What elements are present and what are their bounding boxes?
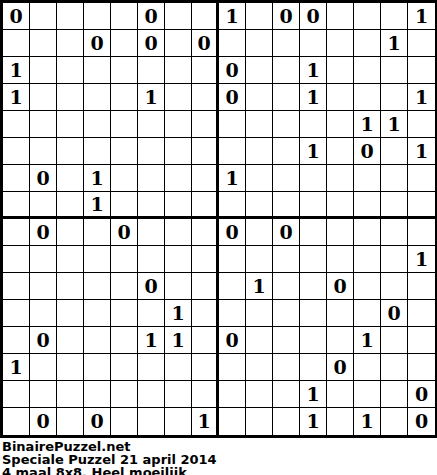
cell-r15c6[interactable] [138, 381, 165, 408]
cell-r4c16: 1 [408, 84, 435, 111]
cell-r13c12[interactable] [300, 327, 327, 354]
cell-r13c16[interactable] [408, 327, 435, 354]
cell-r14c15[interactable] [381, 354, 408, 381]
cell-r9c7[interactable] [165, 219, 192, 246]
cell-r5c13[interactable] [327, 111, 354, 138]
cell-r5c2[interactable] [30, 111, 57, 138]
cell-r1c12: 0 [300, 3, 327, 30]
cell-r7c12[interactable] [300, 165, 327, 192]
cell-r4c5[interactable] [111, 84, 138, 111]
cell-r14c2[interactable] [30, 354, 57, 381]
cell-r3c6[interactable] [138, 57, 165, 84]
cell-r3c13[interactable] [327, 57, 354, 84]
cell-r2c3[interactable] [57, 30, 84, 57]
cell-r7c3[interactable] [57, 165, 84, 192]
cell-r12c6[interactable] [138, 300, 165, 327]
cell-r4c4[interactable] [84, 84, 111, 111]
cell-r5c4[interactable] [84, 111, 111, 138]
cell-r3c3[interactable] [57, 57, 84, 84]
cell-r11c12[interactable] [300, 273, 327, 300]
cell-r1c13[interactable] [327, 3, 354, 30]
cell-r16c7[interactable] [165, 408, 192, 435]
cell-r15c2[interactable] [30, 381, 57, 408]
cell-r10c12[interactable] [300, 246, 327, 273]
cell-r13c13[interactable] [327, 327, 354, 354]
cell-r10c15[interactable] [381, 246, 408, 273]
cell-r12c16[interactable] [408, 300, 435, 327]
puzzle-board: 0010010001101110111110101110000101010011… [0, 0, 437, 438]
cell-r13c8[interactable] [192, 327, 219, 354]
cell-r10c4[interactable] [84, 246, 111, 273]
cell-r8c8[interactable] [192, 192, 219, 219]
cell-r16c4: 0 [84, 408, 111, 435]
cell-r1c9: 1 [219, 3, 246, 30]
cell-r9c13[interactable] [327, 219, 354, 246]
cell-r4c2[interactable] [30, 84, 57, 111]
cell-r8c3[interactable] [57, 192, 84, 219]
cell-r3c1: 1 [3, 57, 30, 84]
cell-r14c6[interactable] [138, 354, 165, 381]
cell-r7c10[interactable] [246, 165, 273, 192]
cell-r14c14[interactable] [354, 354, 381, 381]
cell-r13c6: 1 [138, 327, 165, 354]
cell-r14c9[interactable] [219, 354, 246, 381]
cell-r9c1[interactable] [3, 219, 30, 246]
cell-r13c10[interactable] [246, 327, 273, 354]
cell-r3c11[interactable] [273, 57, 300, 84]
cell-r14c12[interactable] [300, 354, 327, 381]
cell-r8c10[interactable] [246, 192, 273, 219]
cell-r10c14[interactable] [354, 246, 381, 273]
cell-r13c11[interactable] [273, 327, 300, 354]
cell-r6c4[interactable] [84, 138, 111, 165]
cell-r11c8[interactable] [192, 273, 219, 300]
cell-r14c7[interactable] [165, 354, 192, 381]
cell-r2c2[interactable] [30, 30, 57, 57]
cell-r1c3[interactable] [57, 3, 84, 30]
cell-r11c14[interactable] [354, 273, 381, 300]
cell-r12c13[interactable] [327, 300, 354, 327]
cell-r15c13[interactable] [327, 381, 354, 408]
cell-r4c7[interactable] [165, 84, 192, 111]
cell-r10c6[interactable] [138, 246, 165, 273]
cell-r13c15[interactable] [381, 327, 408, 354]
cell-r1c5[interactable] [111, 3, 138, 30]
cell-r9c9: 0 [219, 219, 246, 246]
cell-r8c4: 1 [84, 192, 111, 219]
cell-r12c12[interactable] [300, 300, 327, 327]
cell-r15c10[interactable] [246, 381, 273, 408]
cell-r10c8[interactable] [192, 246, 219, 273]
cell-r13c5[interactable] [111, 327, 138, 354]
cell-r6c12: 1 [300, 138, 327, 165]
cell-r3c15[interactable] [381, 57, 408, 84]
cell-r12c11[interactable] [273, 300, 300, 327]
cell-r2c10[interactable] [246, 30, 273, 57]
cell-r15c4[interactable] [84, 381, 111, 408]
cell-r7c14[interactable] [354, 165, 381, 192]
cell-r15c5[interactable] [111, 381, 138, 408]
cell-r4c8[interactable] [192, 84, 219, 111]
cell-r10c9[interactable] [219, 246, 246, 273]
cell-r9c8[interactable] [192, 219, 219, 246]
cell-r11c5[interactable] [111, 273, 138, 300]
cell-r16c9[interactable] [219, 408, 246, 435]
cell-r16c1[interactable] [3, 408, 30, 435]
cell-r7c15[interactable] [381, 165, 408, 192]
cell-r5c8[interactable] [192, 111, 219, 138]
cell-r6c8[interactable] [192, 138, 219, 165]
cell-r7c16[interactable] [408, 165, 435, 192]
cell-r12c8[interactable] [192, 300, 219, 327]
cell-r7c5[interactable] [111, 165, 138, 192]
cell-r1c8[interactable] [192, 3, 219, 30]
cell-r10c11[interactable] [273, 246, 300, 273]
cell-r16c16: 0 [408, 408, 435, 435]
cell-r10c1[interactable] [3, 246, 30, 273]
cell-r10c7[interactable] [165, 246, 192, 273]
cell-r14c5[interactable] [111, 354, 138, 381]
cell-r13c4[interactable] [84, 327, 111, 354]
cell-r16c10[interactable] [246, 408, 273, 435]
cell-r1c2[interactable] [30, 3, 57, 30]
cell-r15c16: 0 [408, 381, 435, 408]
cell-r1c7[interactable] [165, 3, 192, 30]
cell-r14c13: 0 [327, 354, 354, 381]
cell-r8c12[interactable] [300, 192, 327, 219]
cell-r16c11[interactable] [273, 408, 300, 435]
cell-r9c15[interactable] [381, 219, 408, 246]
cell-r1c4[interactable] [84, 3, 111, 30]
cell-r14c16[interactable] [408, 354, 435, 381]
cell-r8c5[interactable] [111, 192, 138, 219]
cell-r8c2[interactable] [30, 192, 57, 219]
cell-r15c12: 1 [300, 381, 327, 408]
cell-r12c7: 1 [165, 300, 192, 327]
cell-r2c12[interactable] [300, 30, 327, 57]
cell-r1c16: 1 [408, 3, 435, 30]
cell-r7c9: 1 [219, 165, 246, 192]
cell-r16c6[interactable] [138, 408, 165, 435]
cell-r8c16[interactable] [408, 192, 435, 219]
cell-r16c3[interactable] [57, 408, 84, 435]
cell-r9c11: 0 [273, 219, 300, 246]
cell-r15c14[interactable] [354, 381, 381, 408]
cell-r1c15[interactable] [381, 3, 408, 30]
cell-r3c5[interactable] [111, 57, 138, 84]
cell-r6c14: 0 [354, 138, 381, 165]
footer: BinairePuzzel.net Speciale Puzzel 21 apr… [0, 438, 437, 475]
cell-r15c7[interactable] [165, 381, 192, 408]
cell-r5c7[interactable] [165, 111, 192, 138]
cell-r15c1[interactable] [3, 381, 30, 408]
cell-r9c10[interactable] [246, 219, 273, 246]
cell-r7c2: 0 [30, 165, 57, 192]
cell-r3c14[interactable] [354, 57, 381, 84]
cell-r12c9[interactable] [219, 300, 246, 327]
cell-r13c3[interactable] [57, 327, 84, 354]
cell-r1c14[interactable] [354, 3, 381, 30]
cell-r11c6: 0 [138, 273, 165, 300]
cell-r16c2: 0 [30, 408, 57, 435]
cell-r15c9[interactable] [219, 381, 246, 408]
cell-r9c16[interactable] [408, 219, 435, 246]
cell-r14c1: 1 [3, 354, 30, 381]
cell-r1c6: 0 [138, 3, 165, 30]
cell-r9c5: 0 [111, 219, 138, 246]
puzzle-difficulty: 4 maal 8x8, Heel moeilijk [2, 466, 437, 475]
cell-r11c11[interactable] [273, 273, 300, 300]
cell-r7c7[interactable] [165, 165, 192, 192]
cell-r15c3[interactable] [57, 381, 84, 408]
cell-r5c16[interactable] [408, 111, 435, 138]
cell-r15c8[interactable] [192, 381, 219, 408]
cell-r11c3[interactable] [57, 273, 84, 300]
cell-r4c1: 1 [3, 84, 30, 111]
cell-r5c1[interactable] [3, 111, 30, 138]
cell-r11c16[interactable] [408, 273, 435, 300]
cell-r5c11[interactable] [273, 111, 300, 138]
cell-r14c4[interactable] [84, 354, 111, 381]
cell-r6c13[interactable] [327, 138, 354, 165]
cell-r5c12[interactable] [300, 111, 327, 138]
cell-r7c6[interactable] [138, 165, 165, 192]
cell-r16c8: 1 [192, 408, 219, 435]
cell-r15c15[interactable] [381, 381, 408, 408]
cell-r12c1[interactable] [3, 300, 30, 327]
cell-r9c3[interactable] [57, 219, 84, 246]
cell-r11c7[interactable] [165, 273, 192, 300]
cell-r16c5[interactable] [111, 408, 138, 435]
cell-r5c3[interactable] [57, 111, 84, 138]
cell-r8c9[interactable] [219, 192, 246, 219]
cell-r12c3[interactable] [57, 300, 84, 327]
cell-r16c14: 1 [354, 408, 381, 435]
cell-r1c10[interactable] [246, 3, 273, 30]
cell-r10c5[interactable] [111, 246, 138, 273]
cell-r4c15[interactable] [381, 84, 408, 111]
cell-r11c4[interactable] [84, 273, 111, 300]
cell-r3c12: 1 [300, 57, 327, 84]
cell-r3c9: 0 [219, 57, 246, 84]
cell-r10c13[interactable] [327, 246, 354, 273]
cell-r3c4[interactable] [84, 57, 111, 84]
cell-r14c10[interactable] [246, 354, 273, 381]
cell-r4c14[interactable] [354, 84, 381, 111]
cell-r9c6[interactable] [138, 219, 165, 246]
cell-r5c14: 1 [354, 111, 381, 138]
cell-r11c13: 0 [327, 273, 354, 300]
cell-r12c4[interactable] [84, 300, 111, 327]
cell-r8c13[interactable] [327, 192, 354, 219]
cell-r12c10[interactable] [246, 300, 273, 327]
cell-r5c6[interactable] [138, 111, 165, 138]
cell-r6c9[interactable] [219, 138, 246, 165]
cell-r10c10[interactable] [246, 246, 273, 273]
cell-r12c14[interactable] [354, 300, 381, 327]
cell-r5c5[interactable] [111, 111, 138, 138]
cell-r12c15: 0 [381, 300, 408, 327]
cell-r16c12: 1 [300, 408, 327, 435]
cell-r13c2: 0 [30, 327, 57, 354]
cell-r2c8: 0 [192, 30, 219, 57]
cell-r4c13[interactable] [327, 84, 354, 111]
cell-r5c15: 1 [381, 111, 408, 138]
cell-r4c3[interactable] [57, 84, 84, 111]
cell-r9c2: 0 [30, 219, 57, 246]
puzzle-page: 0010010001101110111110101110000101010011… [0, 0, 437, 475]
cell-r7c13[interactable] [327, 165, 354, 192]
cell-r13c9: 0 [219, 327, 246, 354]
cell-r16c13[interactable] [327, 408, 354, 435]
cell-r2c13[interactable] [327, 30, 354, 57]
cell-r12c5[interactable] [111, 300, 138, 327]
cell-r8c6[interactable] [138, 192, 165, 219]
cell-r2c15: 1 [381, 30, 408, 57]
cell-r2c11[interactable] [273, 30, 300, 57]
cell-r6c6[interactable] [138, 138, 165, 165]
cell-r2c9[interactable] [219, 30, 246, 57]
cell-r3c16[interactable] [408, 57, 435, 84]
cell-r8c15[interactable] [381, 192, 408, 219]
cell-r4c6: 1 [138, 84, 165, 111]
cell-r1c11: 0 [273, 3, 300, 30]
cell-r9c4[interactable] [84, 219, 111, 246]
cell-r2c6: 0 [138, 30, 165, 57]
cell-r11c10: 1 [246, 273, 273, 300]
cell-r3c10[interactable] [246, 57, 273, 84]
cell-r14c3[interactable] [57, 354, 84, 381]
cell-r2c5[interactable] [111, 30, 138, 57]
cell-r14c8[interactable] [192, 354, 219, 381]
cell-r16c15[interactable] [381, 408, 408, 435]
cell-r4c9: 0 [219, 84, 246, 111]
cell-r7c8[interactable] [192, 165, 219, 192]
cell-r9c14[interactable] [354, 219, 381, 246]
cell-r11c1[interactable] [3, 273, 30, 300]
cell-r11c9[interactable] [219, 273, 246, 300]
cell-r2c14[interactable] [354, 30, 381, 57]
cell-r7c4: 1 [84, 165, 111, 192]
cell-r7c1[interactable] [3, 165, 30, 192]
cell-r8c1[interactable] [3, 192, 30, 219]
cell-r6c10[interactable] [246, 138, 273, 165]
cell-r6c3[interactable] [57, 138, 84, 165]
cell-r5c10[interactable] [246, 111, 273, 138]
cell-r4c11[interactable] [273, 84, 300, 111]
cell-r11c2[interactable] [30, 273, 57, 300]
cell-r2c4: 0 [84, 30, 111, 57]
cell-r10c16: 1 [408, 246, 435, 273]
cell-r13c1[interactable] [3, 327, 30, 354]
cell-r1c1: 0 [3, 3, 30, 30]
cell-r6c1[interactable] [3, 138, 30, 165]
cell-r6c5[interactable] [111, 138, 138, 165]
cell-r4c10[interactable] [246, 84, 273, 111]
cell-r14c11[interactable] [273, 354, 300, 381]
cell-r8c7[interactable] [165, 192, 192, 219]
cell-r6c15[interactable] [381, 138, 408, 165]
cell-r6c2[interactable] [30, 138, 57, 165]
cell-r13c14: 1 [354, 327, 381, 354]
cell-r3c7[interactable] [165, 57, 192, 84]
cell-r9c12[interactable] [300, 219, 327, 246]
cell-r6c11[interactable] [273, 138, 300, 165]
cell-r10c2[interactable] [30, 246, 57, 273]
cell-r6c7[interactable] [165, 138, 192, 165]
cell-r6c16: 1 [408, 138, 435, 165]
cell-r3c8[interactable] [192, 57, 219, 84]
cell-r4c12: 1 [300, 84, 327, 111]
cell-r8c11[interactable] [273, 192, 300, 219]
cell-r11c15[interactable] [381, 273, 408, 300]
cell-r12c2[interactable] [30, 300, 57, 327]
cell-r15c11[interactable] [273, 381, 300, 408]
cell-r2c7[interactable] [165, 30, 192, 57]
cell-r7c11[interactable] [273, 165, 300, 192]
cell-r2c16[interactable] [408, 30, 435, 57]
cell-r3c2[interactable] [30, 57, 57, 84]
cell-r5c9[interactable] [219, 111, 246, 138]
cell-r2c1[interactable] [3, 30, 30, 57]
cell-r8c14[interactable] [354, 192, 381, 219]
cell-r10c3[interactable] [57, 246, 84, 273]
cell-r13c7: 1 [165, 327, 192, 354]
